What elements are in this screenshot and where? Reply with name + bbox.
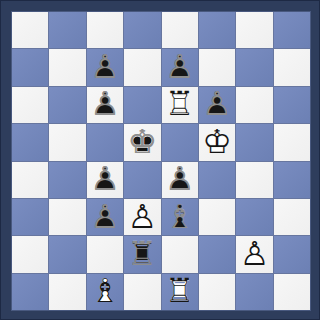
square-f5[interactable]: ♚♔: [199, 124, 235, 160]
square-e6[interactable]: ♜♖: [162, 87, 198, 123]
white-pawn: ♙: [236, 235, 272, 271]
black-pawn-detail: ♙: [199, 86, 235, 122]
square-c5[interactable]: [87, 124, 123, 160]
black-pawn-detail: ♙: [87, 198, 123, 234]
white-king-fill: ♚: [199, 123, 235, 159]
square-g3[interactable]: [236, 199, 272, 235]
white-bishop-fill: ♝: [87, 273, 123, 309]
white-rook: ♖: [162, 86, 198, 122]
square-a3[interactable]: [12, 199, 48, 235]
square-e1[interactable]: ♜♖: [162, 274, 198, 310]
square-c6[interactable]: ♟♙: [87, 87, 123, 123]
square-f8[interactable]: [199, 12, 235, 48]
square-a6[interactable]: [12, 87, 48, 123]
square-a7[interactable]: [12, 49, 48, 85]
white-rook-fill: ♜: [162, 86, 198, 122]
square-g2[interactable]: ♟♙: [236, 236, 272, 272]
black-pawn-detail: ♙: [87, 86, 123, 122]
square-g8[interactable]: [236, 12, 272, 48]
black-pawn: ♟: [87, 48, 123, 84]
square-g1[interactable]: [236, 274, 272, 310]
square-c3[interactable]: ♟♙: [87, 199, 123, 235]
square-h2[interactable]: [274, 236, 310, 272]
square-b7[interactable]: [49, 49, 85, 85]
black-pawn: ♟: [162, 48, 198, 84]
square-c7[interactable]: ♟♙: [87, 49, 123, 85]
square-d7[interactable]: [124, 49, 160, 85]
square-b2[interactable]: [49, 236, 85, 272]
square-e8[interactable]: [162, 12, 198, 48]
square-h6[interactable]: [274, 87, 310, 123]
square-d2[interactable]: ♜♖: [124, 236, 160, 272]
square-c2[interactable]: [87, 236, 123, 272]
square-f6[interactable]: ♟♙: [199, 87, 235, 123]
white-king: ♔: [199, 123, 235, 159]
black-pawn: ♟: [199, 86, 235, 122]
square-e5[interactable]: [162, 124, 198, 160]
square-h5[interactable]: [274, 124, 310, 160]
square-b3[interactable]: [49, 199, 85, 235]
square-f7[interactable]: [199, 49, 235, 85]
black-pawn-detail: ♙: [87, 48, 123, 84]
white-bishop: ♗: [87, 273, 123, 309]
white-pawn-fill: ♟: [236, 235, 272, 271]
black-rook-detail: ♖: [124, 235, 160, 271]
square-g7[interactable]: [236, 49, 272, 85]
square-c1[interactable]: ♝♗: [87, 274, 123, 310]
square-h3[interactable]: [274, 199, 310, 235]
square-b4[interactable]: [49, 162, 85, 198]
square-d3[interactable]: ♟♙: [124, 199, 160, 235]
square-b1[interactable]: [49, 274, 85, 310]
square-a1[interactable]: [12, 274, 48, 310]
square-d6[interactable]: [124, 87, 160, 123]
square-b8[interactable]: [49, 12, 85, 48]
white-pawn-fill: ♟: [124, 198, 160, 234]
white-rook-fill: ♜: [162, 273, 198, 309]
white-rook: ♖: [162, 273, 198, 309]
square-e4[interactable]: ♟♙: [162, 162, 198, 198]
square-e2[interactable]: [162, 236, 198, 272]
square-c8[interactable]: [87, 12, 123, 48]
black-bishop: ♝: [162, 198, 198, 234]
square-c4[interactable]: ♟♙: [87, 162, 123, 198]
square-f1[interactable]: [199, 274, 235, 310]
black-pawn: ♟: [87, 86, 123, 122]
square-b5[interactable]: [49, 124, 85, 160]
square-a4[interactable]: [12, 162, 48, 198]
white-pawn: ♙: [124, 198, 160, 234]
black-pawn: ♟: [87, 161, 123, 197]
square-a2[interactable]: [12, 236, 48, 272]
square-e7[interactable]: ♟♙: [162, 49, 198, 85]
chess-board: ♟♙♟♙♟♙♜♖♟♙♚♔♚♔♟♙♟♙♟♙♟♙♝♗♜♖♟♙♝♗♜♖: [12, 12, 310, 310]
square-d8[interactable]: [124, 12, 160, 48]
black-pawn-detail: ♙: [162, 161, 198, 197]
black-bishop-detail: ♗: [162, 198, 198, 234]
square-g5[interactable]: [236, 124, 272, 160]
square-g4[interactable]: [236, 162, 272, 198]
black-king-detail: ♔: [124, 123, 160, 159]
black-pawn-detail: ♙: [162, 48, 198, 84]
square-a5[interactable]: [12, 124, 48, 160]
black-pawn: ♟: [162, 161, 198, 197]
square-d5[interactable]: ♚♔: [124, 124, 160, 160]
square-a8[interactable]: [12, 12, 48, 48]
square-e3[interactable]: ♝♗: [162, 199, 198, 235]
black-rook: ♜: [124, 235, 160, 271]
black-pawn: ♟: [87, 198, 123, 234]
black-pawn-detail: ♙: [87, 161, 123, 197]
square-f4[interactable]: [199, 162, 235, 198]
square-d1[interactable]: [124, 274, 160, 310]
chess-board-frame: ♟♙♟♙♟♙♜♖♟♙♚♔♚♔♟♙♟♙♟♙♟♙♝♗♜♖♟♙♝♗♜♖: [0, 0, 320, 320]
square-f2[interactable]: [199, 236, 235, 272]
square-g6[interactable]: [236, 87, 272, 123]
square-h4[interactable]: [274, 162, 310, 198]
square-f3[interactable]: [199, 199, 235, 235]
square-b6[interactable]: [49, 87, 85, 123]
square-h7[interactable]: [274, 49, 310, 85]
square-d4[interactable]: [124, 162, 160, 198]
square-h1[interactable]: [274, 274, 310, 310]
black-king: ♚: [124, 123, 160, 159]
square-h8[interactable]: [274, 12, 310, 48]
